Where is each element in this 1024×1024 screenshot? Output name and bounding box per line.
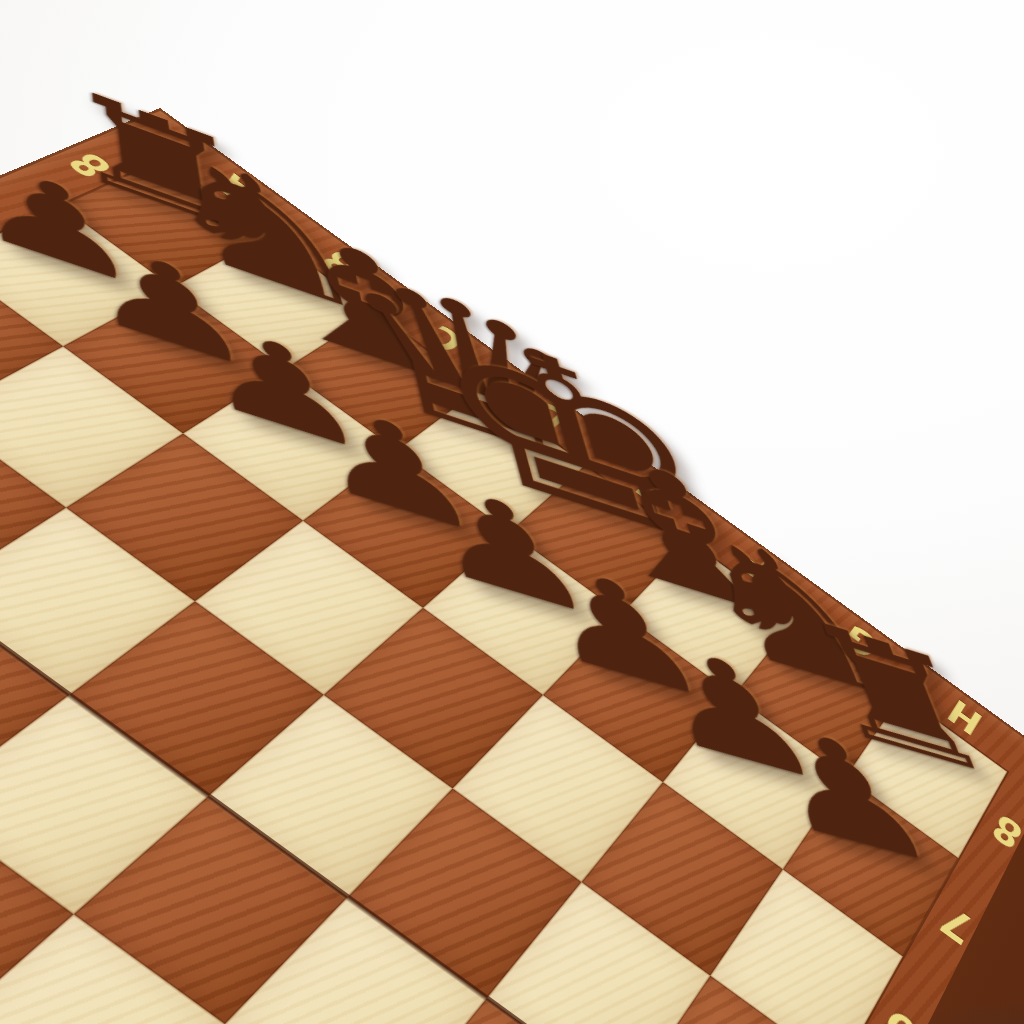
square-g7[interactable] (663, 695, 846, 869)
square-e5[interactable] (209, 695, 453, 897)
square-d6[interactable] (195, 521, 423, 695)
square-a6[interactable] (0, 259, 63, 414)
square-c4[interactable] (0, 594, 70, 805)
square-c7[interactable] (183, 369, 397, 521)
chess-product-photo: AABBCCDDEEFFGGHH8877665544332211 ♜♞♝♛♚♝♞… (0, 0, 1024, 1024)
square-e7[interactable] (423, 532, 622, 695)
square-g6[interactable] (581, 782, 782, 976)
square-f7[interactable] (543, 614, 734, 783)
square-e6[interactable] (324, 608, 543, 789)
square-d5[interactable] (70, 601, 324, 796)
square-c6[interactable] (66, 433, 303, 601)
square-b5[interactable] (0, 414, 66, 594)
perspective-wrapper: AABBCCDDEEFFGGHH8877665544332211 ♜♞♝♛♚♝♞… (0, 108, 1024, 1024)
square-h7[interactable] (783, 777, 958, 957)
chess-board: AABBCCDDEEFFGGHH8877665544332211 ♜♞♝♛♚♝♞… (0, 108, 1024, 1024)
square-d3[interactable] (0, 804, 74, 1024)
square-f5[interactable] (348, 788, 582, 998)
square-d7[interactable] (303, 450, 509, 607)
square-e3[interactable] (0, 914, 225, 1024)
square-d4[interactable] (0, 695, 209, 915)
square-h5[interactable] (626, 976, 839, 1024)
square-b7[interactable] (63, 287, 285, 433)
square-e4[interactable] (74, 796, 348, 1024)
square-g5[interactable] (487, 882, 710, 1024)
square-a7[interactable] (0, 206, 173, 347)
square-h6[interactable] (710, 869, 903, 1024)
square-b6[interactable] (0, 346, 183, 507)
square-f4[interactable] (225, 897, 487, 1024)
square-f6[interactable] (453, 695, 663, 882)
